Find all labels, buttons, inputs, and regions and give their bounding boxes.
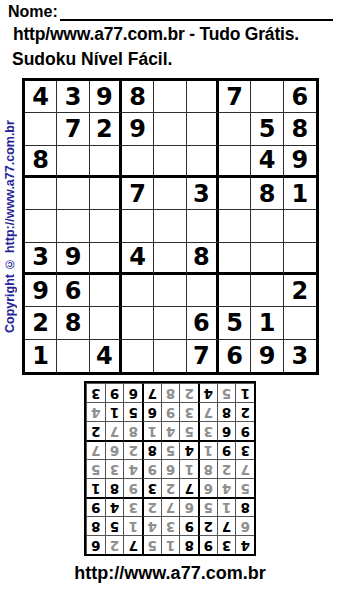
solution-cell-r4c4: 7 [179, 478, 198, 497]
solution-cell-r7c3: 3 [198, 421, 217, 440]
puzzle-cell-r9c1: 1 [25, 340, 57, 372]
puzzle-cell-r5c1[interactable] [25, 210, 57, 242]
puzzle-cell-r5c6[interactable] [187, 210, 219, 242]
solution-cell-r9c5: 8 [161, 383, 180, 402]
solution-cell-r9c9: 3 [86, 383, 105, 402]
puzzle-cell-r2c6[interactable] [187, 113, 219, 145]
solution-cell-r5c3: 8 [198, 459, 217, 478]
puzzle-cell-r4c4: 7 [122, 178, 154, 210]
puzzle-cell-r5c9[interactable] [284, 210, 316, 242]
name-label: Nome: [8, 3, 58, 21]
solution-cell-r4c5: 2 [161, 478, 180, 497]
solution-cell-r3c7: 3 [123, 497, 142, 516]
puzzle-cell-r7c2: 6 [57, 275, 89, 307]
copyright-vertical-text: Copyright © http://www.a77.com.br [0, 78, 20, 375]
puzzle-cell-r9c9: 3 [284, 340, 316, 372]
puzzle-cell-r1c7: 7 [219, 81, 251, 113]
puzzle-cell-r8c5[interactable] [154, 307, 186, 339]
solution-cell-r4c2: 4 [217, 478, 236, 497]
solution-cell-r1c6: 5 [142, 535, 161, 554]
solution-cell-r8c7: 5 [123, 402, 142, 421]
name-row: Nome: [8, 3, 333, 21]
puzzle-cell-r1c3: 9 [90, 81, 122, 113]
puzzle-cell-r2c2: 7 [57, 113, 89, 145]
solution-cell-r2c9: 8 [86, 516, 105, 535]
puzzle-cell-r3c5[interactable] [154, 146, 186, 178]
puzzle-cell-r4c3[interactable] [90, 178, 122, 210]
puzzle-cell-r6c5[interactable] [154, 243, 186, 275]
puzzle-cell-r3c2[interactable] [57, 146, 89, 178]
solution-cell-r2c4: 9 [179, 516, 198, 535]
puzzle-cell-r2c4: 9 [122, 113, 154, 145]
puzzle-cell-r9c8: 9 [251, 340, 283, 372]
puzzle-cell-r7c9: 2 [284, 275, 316, 307]
solution-cell-r6c4: 4 [179, 440, 198, 459]
puzzle-cell-r5c5[interactable] [154, 210, 186, 242]
solution-cell-r7c2: 6 [217, 421, 236, 440]
solution-cell-r1c9: 6 [86, 535, 105, 554]
solution-cell-r3c9: 9 [86, 497, 105, 516]
solution-cell-r6c9: 7 [86, 440, 105, 459]
puzzle-cell-r2c1[interactable] [25, 113, 57, 145]
puzzle-cell-r6c3[interactable] [90, 243, 122, 275]
puzzle-cell-r3c8: 4 [251, 146, 283, 178]
puzzle-cell-r7c3[interactable] [90, 275, 122, 307]
puzzle-cell-r3c4[interactable] [122, 146, 154, 178]
puzzle-cell-r5c8[interactable] [251, 210, 283, 242]
solution-cell-r1c7: 7 [123, 535, 142, 554]
puzzle-cell-r4c8: 8 [251, 178, 283, 210]
puzzle-cell-r6c2: 9 [57, 243, 89, 275]
site-header: http/www.a77.com.br - Tudo Grátis. [13, 24, 299, 45]
puzzle-cell-r2c9: 8 [284, 113, 316, 145]
solution-cell-r2c5: 3 [161, 516, 180, 535]
puzzle-cell-r5c2[interactable] [57, 210, 89, 242]
solution-cell-r9c2: 5 [217, 383, 236, 402]
puzzle-title: Sudoku Nível Fácil. [12, 49, 172, 70]
solution-cell-r7c7: 8 [123, 421, 142, 440]
puzzle-cell-r1c8[interactable] [251, 81, 283, 113]
solution-cell-r2c2: 7 [217, 516, 236, 535]
solution-cell-r4c9: 1 [86, 478, 105, 497]
puzzle-cell-r3c9: 9 [284, 146, 316, 178]
puzzle-cell-r7c1: 9 [25, 275, 57, 307]
puzzle-cell-r6c6: 8 [187, 243, 219, 275]
puzzle-cell-r9c3: 4 [90, 340, 122, 372]
puzzle-cell-r5c3[interactable] [90, 210, 122, 242]
footer-url: http://www.a77.com.br [0, 563, 340, 584]
solution-cell-r5c2: 2 [217, 459, 236, 478]
solution-cell-r6c2: 9 [217, 440, 236, 459]
solution-grid: 4398157266729341588156723495467239817281… [84, 381, 256, 556]
puzzle-grid: 439876729588497381394896228651147693 [22, 78, 319, 375]
solution-cell-r3c6: 2 [142, 497, 161, 516]
solution-cell-r5c4: 1 [179, 459, 198, 478]
puzzle-cell-r9c7: 6 [219, 340, 251, 372]
solution-cell-r5c5: 6 [161, 459, 180, 478]
solution-cell-r1c1: 4 [235, 535, 254, 554]
solution-cell-r2c6: 4 [142, 516, 161, 535]
solution-cell-r8c9: 4 [86, 402, 105, 421]
puzzle-cell-r1c1: 4 [25, 81, 57, 113]
puzzle-cell-r8c3[interactable] [90, 307, 122, 339]
solution-cell-r9c1: 1 [235, 383, 254, 402]
solution-cell-r7c5: 4 [161, 421, 180, 440]
solution-cell-r5c6: 9 [142, 459, 161, 478]
puzzle-cell-r1c9: 6 [284, 81, 316, 113]
solution-cell-r8c3: 7 [198, 402, 217, 421]
puzzle-cell-r8c2: 8 [57, 307, 89, 339]
solution-cell-r3c5: 7 [161, 497, 180, 516]
puzzle-cell-r7c7[interactable] [219, 275, 251, 307]
solution-cell-r9c3: 4 [198, 383, 217, 402]
puzzle-cell-r6c1: 3 [25, 243, 57, 275]
solution-cell-r1c8: 2 [105, 535, 124, 554]
solution-cell-r6c8: 6 [105, 440, 124, 459]
puzzle-cell-r6c7[interactable] [219, 243, 251, 275]
puzzle-cell-r4c7[interactable] [219, 178, 251, 210]
puzzle-cell-r2c8: 5 [251, 113, 283, 145]
puzzle-cell-r1c2: 3 [57, 81, 89, 113]
solution-cell-r1c4: 8 [179, 535, 198, 554]
puzzle-cell-r1c4: 8 [122, 81, 154, 113]
solution-cell-r4c1: 5 [235, 478, 254, 497]
puzzle-cell-r3c7[interactable] [219, 146, 251, 178]
puzzle-cell-r1c6[interactable] [187, 81, 219, 113]
solution-cell-r6c6: 8 [142, 440, 161, 459]
solution-cell-r8c1: 2 [235, 402, 254, 421]
puzzle-cell-r7c5[interactable] [154, 275, 186, 307]
puzzle-cell-r3c3[interactable] [90, 146, 122, 178]
puzzle-cell-r3c6[interactable] [187, 146, 219, 178]
puzzle-cell-r7c6[interactable] [187, 275, 219, 307]
solution-cell-r1c3: 9 [198, 535, 217, 554]
solution-cell-r3c8: 4 [105, 497, 124, 516]
puzzle-cell-r4c5[interactable] [154, 178, 186, 210]
solution-cell-r8c8: 1 [105, 402, 124, 421]
solution-cell-r6c3: 1 [198, 440, 217, 459]
solution-cell-r2c7: 1 [123, 516, 142, 535]
puzzle-cell-r5c7[interactable] [219, 210, 251, 242]
solution-cell-r5c8: 3 [105, 459, 124, 478]
puzzle-cell-r9c5[interactable] [154, 340, 186, 372]
solution-cell-r7c9: 2 [86, 421, 105, 440]
solution-cell-r4c6: 3 [142, 478, 161, 497]
solution-cell-r6c7: 2 [123, 440, 142, 459]
solution-cell-r5c1: 7 [235, 459, 254, 478]
solution-cell-r5c9: 5 [86, 459, 105, 478]
puzzle-cell-r9c2[interactable] [57, 340, 89, 372]
solution-cell-r8c5: 9 [161, 402, 180, 421]
solution-cell-r6c5: 5 [161, 440, 180, 459]
solution-cell-r3c2: 1 [217, 497, 236, 516]
solution-cell-r8c6: 6 [142, 402, 161, 421]
puzzle-cell-r2c7[interactable] [219, 113, 251, 145]
puzzle-cell-r5c4[interactable] [122, 210, 154, 242]
solution-cell-r7c6: 1 [142, 421, 161, 440]
solution-cell-r7c8: 7 [105, 421, 124, 440]
puzzle-cell-r9c4[interactable] [122, 340, 154, 372]
solution-cell-r7c4: 5 [179, 421, 198, 440]
solution-cell-r2c3: 2 [198, 516, 217, 535]
solution-cell-r7c1: 9 [235, 421, 254, 440]
solution-cell-r2c1: 6 [235, 516, 254, 535]
solution-cell-r3c3: 5 [198, 497, 217, 516]
puzzle-cell-r8c4[interactable] [122, 307, 154, 339]
solution-cell-r3c1: 8 [235, 497, 254, 516]
solution-cell-r3c4: 6 [179, 497, 198, 516]
puzzle-cell-r6c9[interactable] [284, 243, 316, 275]
puzzle-cell-r4c2[interactable] [57, 178, 89, 210]
puzzle-cell-r9c6: 7 [187, 340, 219, 372]
puzzle-cell-r4c9: 1 [284, 178, 316, 210]
puzzle-cell-r8c9[interactable] [284, 307, 316, 339]
puzzle-cell-r8c1: 2 [25, 307, 57, 339]
puzzle-cell-r7c8[interactable] [251, 275, 283, 307]
puzzle-cell-r7c4[interactable] [122, 275, 154, 307]
puzzle-cell-r4c1[interactable] [25, 178, 57, 210]
solution-cell-r9c4: 2 [179, 383, 198, 402]
solution-cell-r1c2: 3 [217, 535, 236, 554]
solution-cell-r4c3: 6 [198, 478, 217, 497]
puzzle-cell-r4c6: 3 [187, 178, 219, 210]
puzzle-cell-r6c4: 4 [122, 243, 154, 275]
puzzle-cell-r3c1: 8 [25, 146, 57, 178]
solution-cell-r5c7: 4 [123, 459, 142, 478]
puzzle-cell-r2c3: 2 [90, 113, 122, 145]
puzzle-cell-r8c6: 6 [187, 307, 219, 339]
solution-cell-r8c4: 3 [179, 402, 198, 421]
solution-cell-r4c8: 8 [105, 478, 124, 497]
name-underline [60, 3, 333, 21]
puzzle-cell-r2c5[interactable] [154, 113, 186, 145]
solution-cell-r8c2: 8 [217, 402, 236, 421]
puzzle-cell-r8c8: 1 [251, 307, 283, 339]
puzzle-cell-r6c8[interactable] [251, 243, 283, 275]
puzzle-cell-r1c5[interactable] [154, 81, 186, 113]
solution-cell-r1c5: 1 [161, 535, 180, 554]
solution-cell-r2c8: 5 [105, 516, 124, 535]
solution-cell-r4c7: 9 [123, 478, 142, 497]
solution-cell-r6c1: 3 [235, 440, 254, 459]
solution-cell-r9c8: 9 [105, 383, 124, 402]
puzzle-cell-r8c7: 5 [219, 307, 251, 339]
sudoku-printable-page: Nome: http/www.a77.com.br - Tudo Grátis.… [0, 0, 340, 596]
solution-cell-r9c6: 7 [142, 383, 161, 402]
solution-cell-r9c7: 6 [123, 383, 142, 402]
